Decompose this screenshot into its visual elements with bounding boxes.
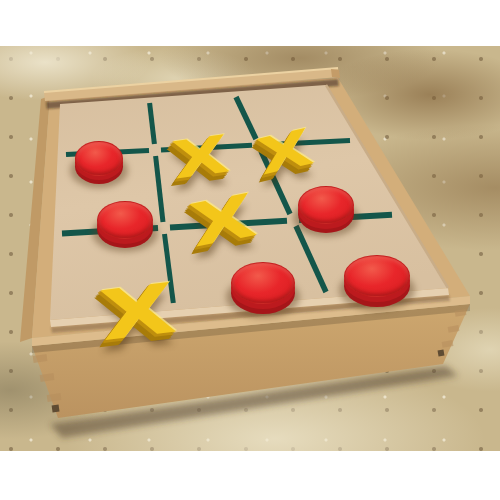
piece-o[interactable] [344, 255, 410, 307]
cell-r1c2[interactable] [280, 177, 372, 251]
disc-layer-top [97, 201, 153, 239]
piece-o[interactable] [298, 186, 354, 233]
piece-o[interactable] [231, 262, 295, 314]
cell-r1c0[interactable] [79, 192, 171, 266]
piece-x[interactable]: X [97, 273, 180, 350]
top-white-band [0, 0, 500, 46]
disc-layer-top [344, 255, 410, 297]
disc-layer-top [298, 186, 354, 224]
cell-r2c1[interactable] [217, 256, 309, 330]
piece-o[interactable] [75, 141, 123, 184]
cell-r2c0[interactable]: X [92, 275, 184, 349]
piece-o[interactable] [97, 201, 153, 248]
bottom-white-band [0, 451, 500, 500]
photo-area: XXXX [0, 46, 500, 451]
piece-x[interactable]: X [186, 186, 261, 256]
cell-r1c1[interactable]: X [177, 184, 269, 258]
screenshot-canvas: XXXX [0, 0, 500, 500]
disc-layer-top [231, 262, 295, 304]
pieces-layer: XXXX [0, 46, 500, 451]
disc-layer-top [75, 141, 123, 176]
cell-r2c2[interactable] [331, 249, 423, 323]
piece-x[interactable]: X [253, 122, 317, 182]
piece-x[interactable]: X [170, 129, 233, 188]
